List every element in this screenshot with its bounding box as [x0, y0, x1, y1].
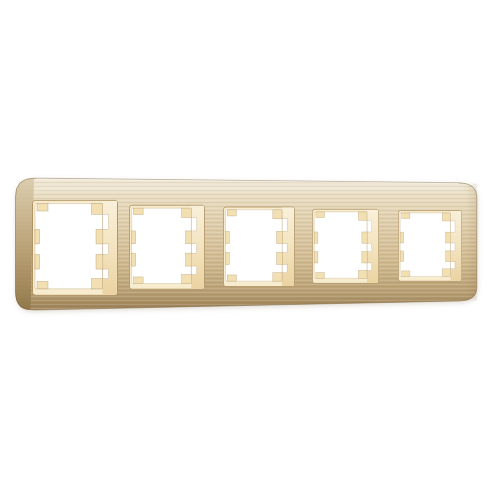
frame-window-5 [398, 211, 461, 282]
product-photo-canvas [0, 0, 488, 488]
frame-window-1 [33, 200, 118, 295]
frame-right-edge-shading [466, 184, 477, 301]
frame-top-sheen [34, 186, 464, 192]
frame-window-4 [312, 209, 378, 283]
product-photo [0, 0, 488, 488]
frame-window-2 [129, 205, 204, 289]
frame-window-3 [223, 207, 294, 287]
